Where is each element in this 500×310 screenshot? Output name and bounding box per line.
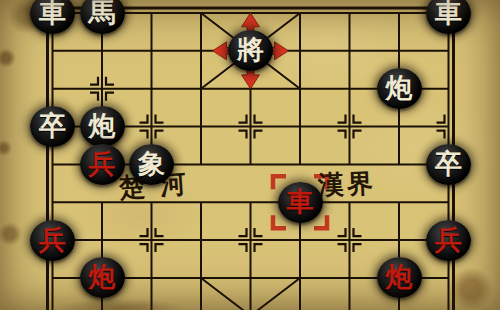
piece-black-chariot-left[interactable]: 車: [30, 0, 75, 34]
piece-black-horse[interactable]: 馬: [80, 0, 125, 34]
piece-black-soldier-i[interactable]: 卒: [426, 144, 471, 185]
piece-red-soldier-a[interactable]: 兵: [30, 220, 75, 261]
piece-black-soldier-a[interactable]: 卒: [30, 106, 75, 147]
piece-black-cannon-left[interactable]: 炮: [80, 106, 125, 147]
piece-red-soldier-b[interactable]: 兵: [80, 144, 125, 185]
pieces-layer: 車馬車將炮卒炮象卒兵車兵兵炮炮: [28, 0, 474, 310]
piece-red-chariot[interactable]: 車: [278, 182, 323, 223]
piece-black-general[interactable]: 將: [228, 30, 273, 71]
piece-red-cannon-right[interactable]: 炮: [377, 257, 422, 298]
piece-black-chariot-right[interactable]: 車: [426, 0, 471, 34]
piece-black-cannon-right[interactable]: 炮: [377, 68, 422, 109]
piece-red-soldier-i[interactable]: 兵: [426, 220, 471, 261]
piece-red-cannon-left[interactable]: 炮: [80, 257, 125, 298]
piece-black-elephant[interactable]: 象: [129, 144, 174, 185]
xiangqi-board: 楚河 漢界 車馬車將炮卒炮象卒兵車兵兵炮炮: [0, 0, 500, 310]
